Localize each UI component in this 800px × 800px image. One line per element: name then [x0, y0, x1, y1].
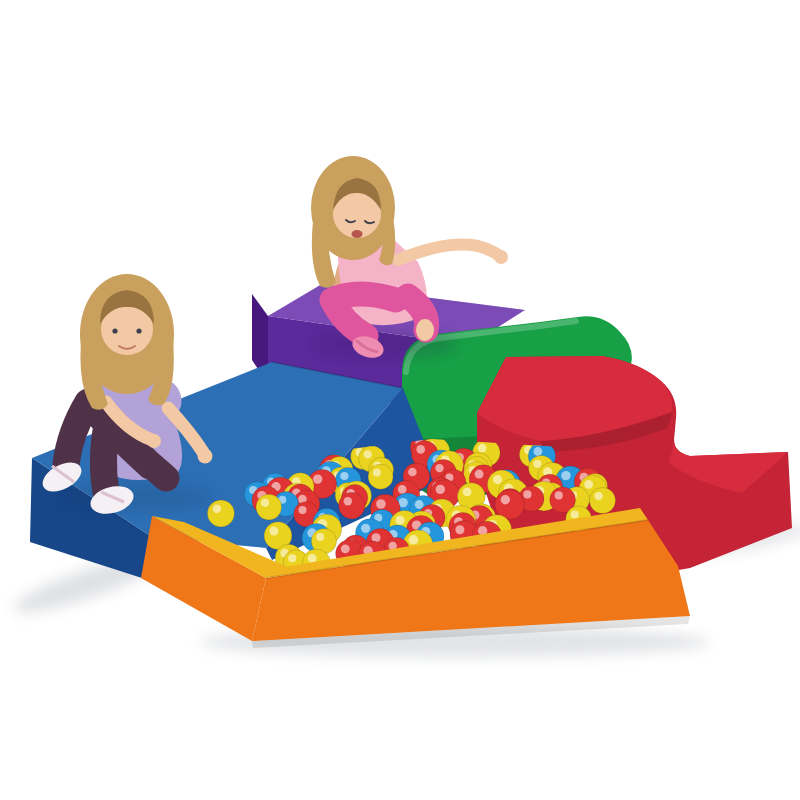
pit-ball-highlight [478, 444, 487, 453]
pit-ball-highlight [415, 500, 424, 509]
girl-left-shadow [57, 482, 213, 512]
girl-left-hand-right [198, 449, 213, 464]
pit-ball-highlight [395, 516, 404, 525]
pit-ball [256, 494, 282, 520]
pit-ball-highlight [308, 554, 317, 563]
pit-ball-highlight [341, 545, 350, 554]
pit-ball [207, 500, 234, 527]
pit-ball-highlight [455, 525, 464, 534]
pit-ball-highlight [316, 533, 324, 541]
pit-ball [339, 493, 365, 519]
pit-ball-highlight [561, 471, 570, 480]
pit-ball-highlight [409, 535, 419, 545]
pit-ball-highlight [364, 450, 372, 458]
pit-ball-highlight [555, 491, 563, 499]
girl-right-mouth [352, 230, 363, 238]
pit-ball-highlight [340, 472, 348, 480]
pit-ball-highlight [376, 499, 386, 509]
pit-ball-highlight [594, 492, 602, 500]
girl-right-foot-bare [416, 319, 434, 341]
pit-ball-highlight [435, 464, 443, 472]
product-photo-stage [0, 0, 800, 800]
pit-ball-highlight [501, 495, 510, 504]
pit-ball-highlight [299, 506, 307, 514]
pit-ball-highlight [398, 485, 407, 494]
girl-left-hand-left [147, 434, 161, 448]
pit-ball [590, 488, 616, 514]
girl-right-hand-extended [494, 250, 508, 264]
play-set-illustration [0, 0, 800, 800]
pit-ball-highlight [288, 554, 296, 562]
pit-ball-highlight [269, 527, 278, 536]
pit-ball-highlight [361, 524, 370, 533]
pit-ball [368, 464, 393, 489]
girl-left-eye-right [136, 328, 141, 333]
pit-ball-highlight [373, 468, 381, 476]
pit-ball-highlight [571, 510, 579, 518]
pit-ball-highlight [313, 474, 322, 483]
pit-ball-highlight [408, 468, 417, 477]
pit-ball-highlight [533, 460, 541, 468]
pit-ball-highlight [436, 485, 445, 494]
pit-ball-highlight [475, 470, 484, 479]
pit-ball-highlight [344, 497, 352, 505]
pit-ball-highlight [213, 505, 222, 514]
pit-ball-highlight [534, 447, 543, 456]
pit-ball-highlight [584, 480, 593, 489]
girl-left-eye-left [112, 328, 117, 333]
girl-right-arm-extended [398, 245, 500, 260]
pit-ball-highlight [416, 445, 425, 454]
pit-ball-highlight [261, 499, 269, 507]
pit-ball-highlight [463, 488, 472, 497]
pit-ball-highlight [493, 475, 502, 484]
pit-ball-highlight [523, 490, 531, 498]
